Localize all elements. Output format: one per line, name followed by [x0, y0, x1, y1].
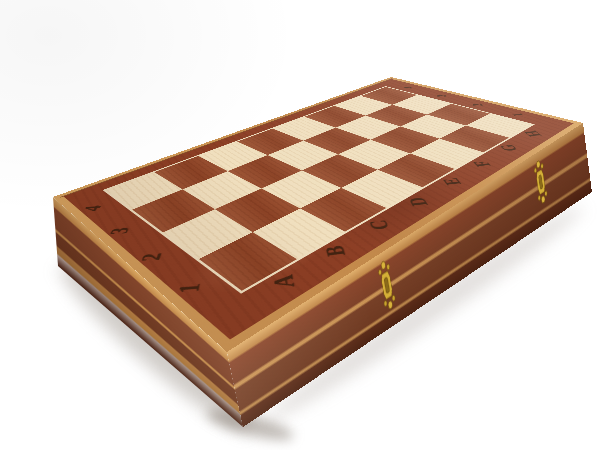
scene: ABCDEFGH 4321 4321	[0, 0, 600, 450]
